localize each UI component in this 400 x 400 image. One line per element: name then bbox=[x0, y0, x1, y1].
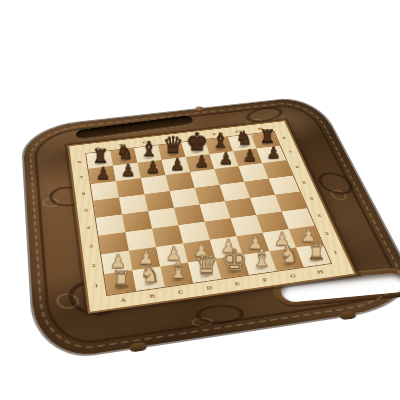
tilted-case-wrapper: ABCDEFGH ABCDEFGH 87654321 87654321 ♜♞♝♛… bbox=[22, 96, 400, 362]
square-f1[interactable]: ♝ bbox=[243, 251, 277, 274]
square-d4[interactable] bbox=[174, 204, 205, 225]
square-h1[interactable]: ♜ bbox=[296, 244, 331, 267]
hinge-knob bbox=[195, 106, 204, 111]
black-pawn[interactable]: ♟ bbox=[219, 151, 233, 166]
white-queen[interactable]: ♛ bbox=[194, 252, 219, 278]
black-queen[interactable]: ♛ bbox=[163, 135, 184, 157]
rank-label-3: 3 bbox=[307, 206, 331, 226]
white-king[interactable]: ♚ bbox=[221, 246, 247, 274]
scene: ABCDEFGH ABCDEFGH 87654321 87654321 ♜♞♝♛… bbox=[0, 0, 400, 400]
black-pawn[interactable]: ♟ bbox=[194, 154, 208, 169]
white-rook[interactable]: ♜ bbox=[111, 269, 131, 290]
square-c6[interactable] bbox=[141, 175, 170, 194]
square-b5[interactable] bbox=[119, 194, 148, 214]
square-c5[interactable] bbox=[144, 191, 174, 211]
white-bishop[interactable]: ♝ bbox=[251, 248, 272, 271]
black-pawn[interactable]: ♟ bbox=[266, 145, 280, 160]
board-squares-grid: ♜♞♝♛♚♝♞♜♟♟♟♟♟♟♟♟♟♟♟♟♟♟♟♟♜♞♝♛♚♝♞♜ bbox=[86, 132, 331, 295]
square-e1[interactable]: ♚ bbox=[215, 255, 249, 279]
square-b1[interactable]: ♞ bbox=[132, 266, 164, 290]
case-foot bbox=[338, 310, 357, 320]
square-c1[interactable]: ♝ bbox=[160, 263, 193, 287]
square-h5[interactable] bbox=[269, 176, 300, 195]
black-king[interactable]: ♚ bbox=[186, 130, 209, 154]
square-a5[interactable] bbox=[93, 197, 122, 217]
black-pawn[interactable]: ♟ bbox=[121, 162, 136, 178]
white-rook[interactable]: ♜ bbox=[307, 242, 326, 262]
black-pawn[interactable]: ♟ bbox=[146, 159, 161, 174]
white-knight[interactable]: ♞ bbox=[279, 245, 299, 267]
black-pawn[interactable]: ♟ bbox=[96, 165, 111, 181]
square-h6[interactable] bbox=[262, 160, 292, 178]
case-foot bbox=[129, 342, 147, 353]
square-f5[interactable] bbox=[220, 182, 251, 201]
black-pawn[interactable]: ♟ bbox=[243, 148, 257, 163]
square-a1[interactable]: ♜ bbox=[104, 270, 136, 295]
carving-ornament bbox=[174, 295, 269, 334]
carved-wooden-case: ABCDEFGH ABCDEFGH 87654321 87654321 ♜♞♝♛… bbox=[22, 96, 400, 362]
square-d1[interactable]: ♛ bbox=[188, 259, 221, 283]
white-bishop[interactable]: ♝ bbox=[168, 259, 190, 282]
square-h4[interactable] bbox=[275, 192, 307, 212]
square-d5[interactable] bbox=[170, 188, 200, 208]
file-label-a: A bbox=[107, 291, 138, 309]
square-g1[interactable]: ♞ bbox=[269, 248, 303, 271]
square-e4[interactable] bbox=[200, 201, 231, 222]
black-pawn[interactable]: ♟ bbox=[170, 156, 185, 171]
square-g4[interactable] bbox=[250, 195, 282, 215]
page-background: ABCDEFGH ABCDEFGH 87654321 87654321 ♜♞♝♛… bbox=[0, 0, 400, 400]
square-c4[interactable] bbox=[148, 208, 178, 229]
rank-label-4: 4 bbox=[79, 218, 99, 238]
square-a6[interactable] bbox=[91, 181, 119, 200]
white-knight[interactable]: ♞ bbox=[140, 264, 161, 286]
